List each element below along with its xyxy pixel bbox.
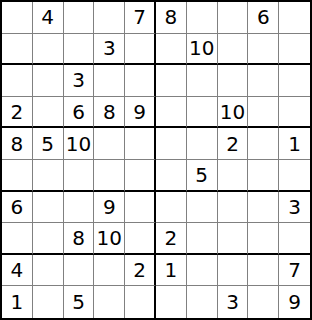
cell-r2c8[interactable] [218, 34, 249, 66]
cell-r10c8[interactable]: 3 [218, 286, 249, 318]
cell-r8c10[interactable] [279, 223, 310, 255]
cell-r8c9[interactable] [248, 223, 279, 255]
cell-r5c9[interactable] [248, 128, 279, 160]
cell-r9c8[interactable] [218, 255, 249, 287]
cell-r1c1[interactable] [2, 2, 33, 34]
cell-r9c1[interactable]: 4 [2, 255, 33, 287]
cell-r1c2[interactable]: 4 [33, 2, 64, 34]
cell-r8c4[interactable]: 10 [94, 223, 125, 255]
cell-r1c6[interactable]: 8 [156, 2, 187, 34]
sudoku-board: 478631032689108510215693810242171539 [0, 0, 312, 320]
cell-r2c9[interactable] [248, 34, 279, 66]
cell-r5c7[interactable] [187, 128, 218, 160]
cell-r7c2[interactable] [33, 192, 64, 224]
cell-r2c1[interactable] [2, 34, 33, 66]
cell-r3c8[interactable] [218, 65, 249, 97]
cell-r3c7[interactable] [187, 65, 218, 97]
cell-r7c3[interactable] [64, 192, 95, 224]
cell-r6c3[interactable] [64, 160, 95, 192]
cell-r7c1[interactable]: 6 [2, 192, 33, 224]
cell-r10c1[interactable]: 1 [2, 286, 33, 318]
cell-r8c7[interactable] [187, 223, 218, 255]
cell-r3c5[interactable] [125, 65, 156, 97]
cell-r7c9[interactable] [248, 192, 279, 224]
cell-r2c7[interactable]: 10 [187, 34, 218, 66]
cell-r10c5[interactable] [125, 286, 156, 318]
cell-r6c1[interactable] [2, 160, 33, 192]
cell-r10c3[interactable]: 5 [64, 286, 95, 318]
cell-r5c3[interactable]: 10 [64, 128, 95, 160]
cell-r3c6[interactable] [156, 65, 187, 97]
cell-r7c6[interactable] [156, 192, 187, 224]
cell-r4c7[interactable] [187, 97, 218, 129]
cell-r5c10[interactable]: 1 [279, 128, 310, 160]
cell-r3c3[interactable]: 3 [64, 65, 95, 97]
cell-r8c3[interactable]: 8 [64, 223, 95, 255]
cell-r6c5[interactable] [125, 160, 156, 192]
cell-r9c4[interactable] [94, 255, 125, 287]
cell-r5c5[interactable] [125, 128, 156, 160]
cell-r4c3[interactable]: 6 [64, 97, 95, 129]
cell-r5c6[interactable] [156, 128, 187, 160]
cell-r6c8[interactable] [218, 160, 249, 192]
cell-r10c4[interactable] [94, 286, 125, 318]
cell-r1c9[interactable]: 6 [248, 2, 279, 34]
cell-r1c7[interactable] [187, 2, 218, 34]
cell-r2c10[interactable] [279, 34, 310, 66]
cell-r10c7[interactable] [187, 286, 218, 318]
cell-r10c2[interactable] [33, 286, 64, 318]
cell-r2c5[interactable] [125, 34, 156, 66]
cell-r6c2[interactable] [33, 160, 64, 192]
cell-r7c8[interactable] [218, 192, 249, 224]
cell-r9c7[interactable] [187, 255, 218, 287]
cell-r4c9[interactable] [248, 97, 279, 129]
cell-r9c10[interactable]: 7 [279, 255, 310, 287]
cell-r2c6[interactable] [156, 34, 187, 66]
cell-r4c2[interactable] [33, 97, 64, 129]
cell-r2c2[interactable] [33, 34, 64, 66]
cell-r6c7[interactable]: 5 [187, 160, 218, 192]
cell-r3c10[interactable] [279, 65, 310, 97]
cell-r4c8[interactable]: 10 [218, 97, 249, 129]
cell-r1c8[interactable] [218, 2, 249, 34]
cell-r4c4[interactable]: 8 [94, 97, 125, 129]
cell-r3c2[interactable] [33, 65, 64, 97]
cell-r1c3[interactable] [64, 2, 95, 34]
cell-r2c3[interactable] [64, 34, 95, 66]
cell-r8c8[interactable] [218, 223, 249, 255]
cell-r3c9[interactable] [248, 65, 279, 97]
cell-r3c4[interactable] [94, 65, 125, 97]
cell-r8c5[interactable] [125, 223, 156, 255]
cell-r10c10[interactable]: 9 [279, 286, 310, 318]
cell-r2c4[interactable]: 3 [94, 34, 125, 66]
cell-r9c2[interactable] [33, 255, 64, 287]
cell-r10c6[interactable] [156, 286, 187, 318]
cell-r7c10[interactable]: 3 [279, 192, 310, 224]
cell-r9c9[interactable] [248, 255, 279, 287]
cell-r6c10[interactable] [279, 160, 310, 192]
cell-r6c9[interactable] [248, 160, 279, 192]
cell-r9c6[interactable]: 1 [156, 255, 187, 287]
cell-r9c5[interactable]: 2 [125, 255, 156, 287]
cell-r4c10[interactable] [279, 97, 310, 129]
cell-r7c5[interactable] [125, 192, 156, 224]
cell-r8c1[interactable] [2, 223, 33, 255]
cell-r10c9[interactable] [248, 286, 279, 318]
cell-r4c6[interactable] [156, 97, 187, 129]
cell-r5c1[interactable]: 8 [2, 128, 33, 160]
cell-r1c10[interactable] [279, 2, 310, 34]
cell-r4c1[interactable]: 2 [2, 97, 33, 129]
cell-r4c5[interactable]: 9 [125, 97, 156, 129]
cell-r8c6[interactable]: 2 [156, 223, 187, 255]
cell-r5c4[interactable] [94, 128, 125, 160]
cell-r3c1[interactable] [2, 65, 33, 97]
cell-r5c2[interactable]: 5 [33, 128, 64, 160]
cell-r5c8[interactable]: 2 [218, 128, 249, 160]
cell-r1c4[interactable] [94, 2, 125, 34]
cell-r1c5[interactable]: 7 [125, 2, 156, 34]
cell-r7c7[interactable] [187, 192, 218, 224]
cell-r6c6[interactable] [156, 160, 187, 192]
cell-r9c3[interactable] [64, 255, 95, 287]
cell-r7c4[interactable]: 9 [94, 192, 125, 224]
cell-r6c4[interactable] [94, 160, 125, 192]
cell-r8c2[interactable] [33, 223, 64, 255]
